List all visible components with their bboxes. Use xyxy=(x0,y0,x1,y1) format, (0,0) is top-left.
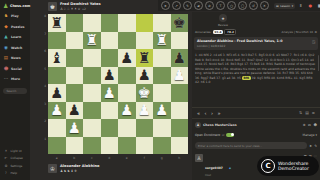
app-root: ♟ Chess.com ♞Play◆Puzzles▲Learn◉Watch▤Ne… xyxy=(0,0,320,180)
square-c5[interactable] xyxy=(83,67,101,85)
file-label-a: a xyxy=(48,155,66,162)
square-tool-icon[interactable]: ▢ xyxy=(238,1,247,10)
square-g6[interactable] xyxy=(153,49,171,67)
square-f8[interactable] xyxy=(136,14,154,32)
sidebar-item-puzzles[interactable]: ◆Puzzles xyxy=(0,22,30,33)
eraser-icon[interactable]: ⊘ xyxy=(205,1,214,10)
accuracies-row: Accuracies: 91.4 78.2 Analysis | Stockfi… xyxy=(192,27,320,36)
black-rook-piece: ♜ xyxy=(50,16,63,31)
sidebar-item-label: Learn xyxy=(11,35,21,39)
rank-label-1: 1 xyxy=(43,137,48,155)
sidebar-footer-collapse[interactable]: ⇤Collapse xyxy=(0,155,30,163)
sidebar-item-more[interactable]: ⋯More xyxy=(0,74,30,85)
square-g2[interactable] xyxy=(153,119,171,137)
white-pawn-piece: ♟ xyxy=(68,121,81,136)
rank-label-4: 4 xyxy=(43,84,48,102)
sidebar-item-play[interactable]: ♞Play xyxy=(0,11,30,22)
arrow-icon[interactable]: ↗ xyxy=(172,1,181,10)
black-pawn-piece: ♟ xyxy=(173,51,186,66)
square-e1[interactable] xyxy=(118,137,136,155)
black-king-piece: ♚ xyxy=(173,16,186,31)
square-a7[interactable] xyxy=(48,32,66,50)
stop-icon[interactable]: ■ xyxy=(316,2,320,9)
sidebar-item-social[interactable]: ☻Social xyxy=(0,64,30,75)
black-pawn-piece: ♟ xyxy=(103,68,116,83)
member-name[interactable]: surge0407 xyxy=(205,166,223,170)
square-d1[interactable] xyxy=(101,137,119,155)
chesscom-logo[interactable]: ♟ Chess.com xyxy=(0,0,30,11)
watch-icon: ◉ xyxy=(4,46,9,51)
playback-controls: «‹›» ⇅▤≡ xyxy=(192,107,320,118)
manage-button[interactable]: Manage ▾ xyxy=(303,133,317,137)
square-a5[interactable] xyxy=(48,67,66,85)
square-c6[interactable] xyxy=(83,49,101,67)
square-h3[interactable] xyxy=(171,102,189,120)
footer-item-label: Help xyxy=(11,171,18,175)
square-g5[interactable] xyxy=(153,67,171,85)
rank-label-5: 5 xyxy=(43,67,48,85)
menu-icon[interactable]: ≡ xyxy=(312,111,315,115)
square-h4[interactable] xyxy=(171,84,189,102)
bottom-player-bar: ♔ Alexander Alekhine ♟ ♞ ♞ ♝ ♛ xyxy=(46,162,186,180)
square-c3[interactable] xyxy=(83,102,101,120)
top-player-name: Fred Dewhirst Yates xyxy=(60,2,101,6)
white-pawn-piece: ♟ xyxy=(103,86,116,101)
sidebar-nav: ♞Play◆Puzzles▲Learn◉Watch▤News☻Social⋯Mo… xyxy=(0,11,30,85)
square-c2[interactable] xyxy=(83,119,101,137)
rank-label-7: 7 xyxy=(43,32,48,50)
square-b1[interactable] xyxy=(66,137,84,155)
settings-icon: ⚙ xyxy=(4,164,8,168)
square-c4[interactable] xyxy=(83,84,101,102)
black-rook-piece: ♜ xyxy=(138,51,151,66)
square-e3[interactable]: ♟ xyxy=(118,102,136,120)
classroom-title: Chess MasterClass xyxy=(203,123,237,127)
comment-row: Enter a comment here to send to your cla… xyxy=(192,139,320,152)
square-g8[interactable] xyxy=(153,14,171,32)
top-player-captured-pieces: ♙ ♘ ♘ ♗ ♗ ♕+2 xyxy=(60,7,86,11)
file-label-c: c xyxy=(83,155,101,162)
flip-board-icon[interactable]: ⇅ xyxy=(299,111,302,115)
game-title: Alexander Alekhine - Fred Dewhirst Yates… xyxy=(197,39,315,43)
square-b7[interactable] xyxy=(66,32,84,50)
material-advantage: +2 xyxy=(82,7,86,11)
lesson-dropdown[interactable]: ▤ Lesson ▾ xyxy=(274,3,295,9)
sidebar-item-learn[interactable]: ▲Learn xyxy=(0,32,30,43)
book-icon: ▤ xyxy=(276,4,279,8)
chess-board: ♜♚♜♜♝♟♜♟♟♟♟♟♟♚♟♟♟♟♟♟ xyxy=(48,14,188,154)
pause-icon[interactable]: Ⅱ xyxy=(297,2,304,9)
square-e7[interactable] xyxy=(118,32,136,50)
black-accuracy-badge: 78.2 xyxy=(224,29,236,35)
square-e2[interactable] xyxy=(118,119,136,137)
rank-label-8: 8 xyxy=(43,14,48,32)
square-g7[interactable]: ♜ xyxy=(153,32,171,50)
text-icon[interactable]: T xyxy=(216,1,225,10)
rank-label-2: 2 xyxy=(43,119,48,137)
sidebar-footer-help[interactable]: ?Help xyxy=(0,170,30,178)
diamond-badge-icon: ◆ xyxy=(229,167,231,170)
footer-item-label: Light UI xyxy=(11,149,22,153)
move-list: 1. d4 Nf6 2. c4 e6 3. Nf3 d5 4. Nc3 Be7 … xyxy=(192,51,320,107)
square-h6[interactable]: ♟ xyxy=(171,49,189,67)
square-f1[interactable] xyxy=(136,137,154,155)
drawing-tools: ➤↗✎▰⊘T○▢↺✕ xyxy=(161,1,269,10)
sidebar-item-label: Social xyxy=(11,67,22,71)
more-icon: ⋯ xyxy=(4,77,9,82)
game-event-date: London | 10/8/1922 xyxy=(197,44,315,48)
sidebar-item-label: Puzzles xyxy=(11,25,24,29)
learn-icon: ▲ xyxy=(4,35,9,40)
square-a3[interactable]: ♟ xyxy=(48,102,66,120)
square-b8[interactable] xyxy=(66,14,84,32)
pawn-logo-icon: ♟ xyxy=(3,3,8,9)
recording-controls: Ⅱ●■⋮ xyxy=(297,2,320,9)
record-icon[interactable]: ● xyxy=(307,2,314,9)
white-pawn-piece: ♟ xyxy=(155,103,168,118)
square-a2[interactable] xyxy=(48,119,66,137)
square-c7[interactable]: ♜ xyxy=(83,32,101,50)
square-h1[interactable] xyxy=(171,137,189,155)
current-move[interactable]: Rf6 xyxy=(242,76,251,80)
gear-icon[interactable]: ⚙ xyxy=(314,30,317,34)
file-label-h: h xyxy=(171,155,189,162)
footer-item-label: Collapse xyxy=(11,156,23,160)
footer-item-label: Settings xyxy=(11,164,23,168)
sidebar-footer-light-ui[interactable]: ☀Light UI xyxy=(0,147,30,155)
message-icon[interactable]: ✉ xyxy=(308,123,311,127)
square-b2[interactable]: ♟ xyxy=(66,119,84,137)
democreator-watermark: C Wondershare DemoCreator xyxy=(257,156,319,176)
square-e6[interactable]: ♟ xyxy=(118,49,136,67)
undo-icon[interactable]: ↺ xyxy=(249,1,258,10)
file-label-b: b xyxy=(66,155,84,162)
file-labels: abcdefgh xyxy=(48,155,188,162)
highlighter-icon[interactable]: ▰ xyxy=(194,1,203,10)
rank-label-6: 6 xyxy=(43,49,48,67)
square-d6[interactable] xyxy=(101,49,119,67)
square-c1[interactable] xyxy=(83,137,101,155)
enrollment-row: Open Enrollment ⓘ Manage ▾ xyxy=(192,130,320,139)
white-pawn-piece: ♟ xyxy=(138,103,151,118)
skip-start-icon[interactable]: « xyxy=(197,111,200,116)
logo-text: Chess.com xyxy=(10,4,30,8)
watermark-product: DemoCreator xyxy=(278,166,309,171)
square-f4[interactable]: ♚ xyxy=(136,84,154,102)
circle-tool-icon[interactable]: ○ xyxy=(227,1,236,10)
collapse-icon: ⇤ xyxy=(4,156,8,160)
trash-icon[interactable]: ✕ xyxy=(260,1,269,10)
square-f5[interactable]: ♟ xyxy=(136,67,154,85)
sidebar-footer: ☀Light UI⇤Collapse⚙Settings?Help xyxy=(0,147,30,177)
black-pawn-piece: ♟ xyxy=(138,68,151,83)
square-e5[interactable] xyxy=(118,67,136,85)
square-h8[interactable]: ♚ xyxy=(171,14,189,32)
square-d7[interactable] xyxy=(101,32,119,50)
black-bishop-piece: ♝ xyxy=(50,51,63,66)
sidebar: ♟ Chess.com ♞Play◆Puzzles▲Learn◉Watch▤Ne… xyxy=(0,0,30,180)
skip-end-icon[interactable]: » xyxy=(218,111,221,116)
game-review-button[interactable]: ★ Review xyxy=(210,14,236,27)
top-player-avatar: ♚ xyxy=(48,2,57,11)
square-d5[interactable]: ♟ xyxy=(101,67,119,85)
sidebar-item-label: More xyxy=(11,77,20,81)
square-b4[interactable] xyxy=(66,84,84,102)
square-f2[interactable] xyxy=(136,119,154,137)
square-h7[interactable] xyxy=(171,32,189,50)
sidebar-item-label: Play xyxy=(11,14,19,18)
square-d8[interactable] xyxy=(101,14,119,32)
expand-icon[interactable]: ◳ xyxy=(312,40,315,44)
square-d2[interactable] xyxy=(101,119,119,137)
white-pawn-piece: ♟ xyxy=(50,103,63,118)
square-b3[interactable]: ♟ xyxy=(66,102,84,120)
pencil-icon[interactable]: ✎ xyxy=(183,1,192,10)
square-a6[interactable]: ♝ xyxy=(48,49,66,67)
white-accuracy-badge: 91.4 xyxy=(213,30,223,34)
members-icon[interactable]: ☻ xyxy=(313,123,317,127)
square-h2[interactable] xyxy=(171,119,189,137)
light-ui-icon: ☀ xyxy=(4,149,8,153)
square-e8[interactable] xyxy=(118,14,136,32)
square-d3[interactable] xyxy=(101,102,119,120)
rank-label-3: 3 xyxy=(43,102,48,120)
review-icon: ★ xyxy=(219,14,227,22)
black-pawn-piece: ♟ xyxy=(50,86,63,101)
square-a4[interactable]: ♟ xyxy=(48,84,66,102)
white-pawn-piece: ♟ xyxy=(173,68,186,83)
white-king-piece: ♚ xyxy=(138,86,151,101)
social-icon: ☻ xyxy=(4,67,9,72)
file-label-f: f xyxy=(136,155,154,162)
bottom-player-avatar: ♔ xyxy=(48,164,57,173)
puzzle-icon: ◆ xyxy=(4,25,9,30)
square-f3[interactable]: ♟ xyxy=(136,102,154,120)
file-label-e: e xyxy=(118,155,136,162)
bottom-player-name: Alexander Alekhine xyxy=(60,164,99,168)
sidebar-item-watch[interactable]: ◉Watch xyxy=(0,43,30,54)
file-label-g: g xyxy=(153,155,171,162)
search-input[interactable]: Search xyxy=(3,88,27,95)
forward-icon[interactable]: › xyxy=(211,111,213,116)
sidebar-item-label: Watch xyxy=(11,46,22,50)
square-c8[interactable] xyxy=(83,14,101,32)
square-f6[interactable]: ♜ xyxy=(136,49,154,67)
info-icon: ⓘ xyxy=(222,133,225,137)
square-b5[interactable] xyxy=(66,67,84,85)
enrollment-toggle[interactable] xyxy=(226,133,234,137)
help-icon: ? xyxy=(4,171,8,175)
white-pawn-piece: ♟ xyxy=(120,103,133,118)
edit-icon[interactable]: ✎ xyxy=(314,144,317,148)
news-icon: ▤ xyxy=(4,56,9,61)
square-b6[interactable] xyxy=(66,49,84,67)
scrollbar[interactable] xyxy=(318,55,320,71)
chevron-down-icon: ▾ xyxy=(292,4,293,8)
white-rook-piece: ♜ xyxy=(155,33,168,48)
moves-list-icon[interactable]: ▤ xyxy=(305,111,309,115)
black-pawn-piece: ♟ xyxy=(68,103,81,118)
black-pawn-piece: ♟ xyxy=(120,51,133,66)
member-role: Host xyxy=(205,174,231,177)
square-g3[interactable]: ♟ xyxy=(153,102,171,120)
engine-label: Analysis | Stockfish 16 xyxy=(282,30,313,34)
square-a1[interactable] xyxy=(48,137,66,155)
comment-input[interactable]: Enter a comment here to send to your cla… xyxy=(195,142,307,149)
sidebar-item-news[interactable]: ▤News xyxy=(0,53,30,64)
square-e4[interactable] xyxy=(118,84,136,102)
knight-icon: ♞ xyxy=(4,14,9,19)
back-icon[interactable]: ‹ xyxy=(205,111,207,116)
square-a8[interactable]: ♜ xyxy=(48,14,66,32)
square-f7[interactable] xyxy=(136,32,154,50)
member-avatar: ♙ xyxy=(195,154,203,162)
game-header-card: Alexander Alekhine - Fred Dewhirst Yates… xyxy=(194,37,318,50)
square-g1[interactable] xyxy=(153,137,171,155)
classroom-header: ♟ Chess MasterClass ⊕✉☻ xyxy=(192,118,320,130)
democreator-logo-icon: C xyxy=(261,159,275,173)
square-h5[interactable]: ♟ xyxy=(171,67,189,85)
annotation-toolbar: ➤↗✎▰⊘T○▢↺✕ ▤ Lesson ▾ Ⅱ●■⋮ xyxy=(158,0,320,11)
white-rook-piece: ♜ xyxy=(85,33,98,48)
square-g4[interactable] xyxy=(153,84,171,102)
analysis-panel: ★ Review Accuracies: 91.4 78.2 Analysis … xyxy=(192,12,320,180)
bottom-player-captured-pieces: ♟ ♞ ♞ ♝ ♛ xyxy=(60,169,77,173)
classroom-icon: ♟ xyxy=(195,122,201,128)
pointer-icon[interactable]: ➤ xyxy=(161,1,170,10)
rank-labels: 87654321 xyxy=(43,14,48,154)
sidebar-footer-settings[interactable]: ⚙Settings xyxy=(0,162,30,170)
square-d4[interactable]: ♟ xyxy=(101,84,119,102)
sidebar-item-label: News xyxy=(11,56,21,60)
file-label-d: d xyxy=(101,155,119,162)
invite-icon[interactable]: ⊕ xyxy=(303,123,306,127)
send-icon[interactable]: ➤ xyxy=(309,144,312,148)
